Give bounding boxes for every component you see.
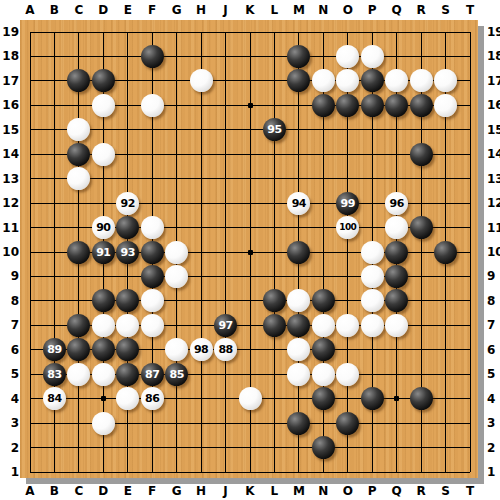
stone-black-O16 [336, 94, 359, 117]
stone-black-R11 [410, 216, 433, 239]
stone-white-R17 [410, 69, 433, 92]
stone-black-O12: 99 [336, 192, 359, 215]
stone-white-D5 [92, 363, 115, 386]
grid-line [30, 447, 470, 448]
stone-white-K4 [239, 387, 262, 410]
stone-white-E7 [116, 314, 139, 337]
stone-white-S16 [434, 94, 457, 117]
stone-white-D14 [92, 143, 115, 166]
row-label-left-13: 13 [0, 172, 19, 186]
row-label-right-4: 4 [487, 392, 500, 406]
col-label-bottom-L: L [263, 484, 285, 498]
stone-black-F9 [141, 265, 164, 288]
stone-black-D10: 91 [92, 241, 115, 264]
stone-black-B5: 83 [43, 363, 66, 386]
stone-black-R16 [410, 94, 433, 117]
row-label-right-3: 3 [487, 416, 500, 430]
col-label-bottom-G: G [166, 484, 188, 498]
stone-black-Q9 [385, 265, 408, 288]
col-label-top-S: S [435, 3, 457, 17]
col-label-top-M: M [288, 3, 310, 17]
col-label-top-T: T [459, 3, 481, 17]
row-label-left-16: 16 [0, 98, 19, 112]
col-label-bottom-E: E [117, 484, 139, 498]
row-label-left-17: 17 [0, 74, 19, 88]
move-number: 96 [390, 198, 404, 209]
stone-white-P9 [361, 265, 384, 288]
row-label-left-14: 14 [0, 147, 19, 161]
stone-white-F4: 86 [141, 387, 164, 410]
stone-black-P17 [361, 69, 384, 92]
move-number: 92 [121, 198, 135, 209]
row-label-left-11: 11 [0, 221, 19, 235]
row-label-left-8: 8 [0, 294, 19, 308]
row-label-right-19: 19 [487, 25, 500, 39]
row-label-left-4: 4 [0, 392, 19, 406]
col-label-top-J: J [215, 3, 237, 17]
stone-black-F5: 87 [141, 363, 164, 386]
col-label-bottom-S: S [435, 484, 457, 498]
col-label-bottom-C: C [68, 484, 90, 498]
grid-line [274, 32, 275, 472]
move-number: 97 [218, 320, 232, 331]
col-label-bottom-H: H [190, 484, 212, 498]
row-label-left-18: 18 [0, 49, 19, 63]
stone-white-D11: 90 [92, 216, 115, 239]
star-point [101, 396, 106, 401]
star-point [248, 103, 253, 108]
row-label-left-2: 2 [0, 441, 19, 455]
stone-white-F16 [141, 94, 164, 117]
col-label-top-D: D [92, 3, 114, 17]
stone-black-Q16 [385, 94, 408, 117]
col-label-bottom-N: N [312, 484, 334, 498]
stone-black-E5 [116, 363, 139, 386]
row-label-right-18: 18 [487, 49, 500, 63]
row-label-right-6: 6 [487, 343, 500, 357]
row-label-right-11: 11 [487, 221, 500, 235]
move-number: 98 [194, 344, 208, 355]
stone-white-F7 [141, 314, 164, 337]
stone-black-L7 [263, 314, 286, 337]
move-number: 85 [170, 369, 184, 380]
stone-white-P8 [361, 289, 384, 312]
col-label-top-N: N [312, 3, 334, 17]
stone-white-O7 [336, 314, 359, 337]
stone-white-M12: 94 [287, 192, 310, 215]
stone-white-E12: 92 [116, 192, 139, 215]
row-label-right-7: 7 [487, 318, 500, 332]
star-point [248, 250, 253, 255]
stone-black-N16 [312, 94, 335, 117]
row-label-left-6: 6 [0, 343, 19, 357]
col-label-bottom-J: J [215, 484, 237, 498]
move-number: 89 [47, 344, 61, 355]
stone-black-D6 [92, 338, 115, 361]
stone-white-F11 [141, 216, 164, 239]
stone-white-G10 [165, 241, 188, 264]
row-label-right-1: 1 [487, 465, 500, 479]
stone-black-N6 [312, 338, 335, 361]
col-label-top-F: F [141, 3, 163, 17]
col-label-bottom-D: D [92, 484, 114, 498]
col-label-bottom-O: O [337, 484, 359, 498]
stone-white-G9 [165, 265, 188, 288]
stone-white-D7 [92, 314, 115, 337]
stone-black-S10 [434, 241, 457, 264]
stone-white-B4: 84 [43, 387, 66, 410]
move-number: 83 [47, 369, 61, 380]
col-label-bottom-R: R [410, 484, 432, 498]
stone-white-Q7 [385, 314, 408, 337]
stone-black-M3 [287, 412, 310, 435]
col-label-bottom-M: M [288, 484, 310, 498]
row-label-right-15: 15 [487, 123, 500, 137]
col-label-top-B: B [43, 3, 65, 17]
stone-black-G5: 85 [165, 363, 188, 386]
col-label-top-Q: Q [386, 3, 408, 17]
move-number: 93 [121, 247, 135, 258]
row-label-left-3: 3 [0, 416, 19, 430]
star-point [394, 396, 399, 401]
grid-line [30, 472, 470, 473]
grid-line [470, 32, 471, 472]
row-label-right-12: 12 [487, 196, 500, 210]
stone-black-M10 [287, 241, 310, 264]
stone-white-M5 [287, 363, 310, 386]
move-number: 95 [267, 124, 281, 135]
stone-white-N7 [312, 314, 335, 337]
stone-white-F8 [141, 289, 164, 312]
move-number: 88 [218, 344, 232, 355]
stone-black-C14 [67, 143, 90, 166]
row-label-left-10: 10 [0, 245, 19, 259]
go-diagram: AABBCCDDEEFFGGHHJJKKLLMMNNOOPPQQRRSSTT19… [0, 0, 500, 500]
col-label-top-E: E [117, 3, 139, 17]
col-label-bottom-F: F [141, 484, 163, 498]
move-number: 99 [341, 198, 355, 209]
move-number: 90 [96, 222, 110, 233]
stone-white-D16 [92, 94, 115, 117]
stone-black-R4 [410, 387, 433, 410]
stone-white-H6: 98 [190, 338, 213, 361]
row-label-left-12: 12 [0, 196, 19, 210]
row-label-left-7: 7 [0, 318, 19, 332]
col-label-top-K: K [239, 3, 261, 17]
stone-black-E10: 93 [116, 241, 139, 264]
col-label-top-G: G [166, 3, 188, 17]
col-label-bottom-T: T [459, 484, 481, 498]
stone-white-C5 [67, 363, 90, 386]
row-label-right-17: 17 [487, 74, 500, 88]
stone-white-N5 [312, 363, 335, 386]
col-label-bottom-B: B [43, 484, 65, 498]
stone-white-P7 [361, 314, 384, 337]
stone-black-O3 [336, 412, 359, 435]
move-number: 86 [145, 393, 159, 404]
stone-black-N4 [312, 387, 335, 410]
stone-white-Q12: 96 [385, 192, 408, 215]
row-label-right-8: 8 [487, 294, 500, 308]
stone-black-F10 [141, 241, 164, 264]
row-label-right-10: 10 [487, 245, 500, 259]
stone-black-F18 [141, 45, 164, 68]
row-label-right-16: 16 [487, 98, 500, 112]
row-label-left-5: 5 [0, 367, 19, 381]
col-label-bottom-P: P [361, 484, 383, 498]
col-label-top-L: L [263, 3, 285, 17]
move-number: 91 [96, 247, 110, 258]
row-label-right-2: 2 [487, 441, 500, 455]
stone-black-N2 [312, 436, 335, 459]
row-label-right-13: 13 [487, 172, 500, 186]
move-number: 84 [47, 393, 61, 404]
stone-white-H17 [190, 69, 213, 92]
col-label-top-C: C [68, 3, 90, 17]
col-label-bottom-Q: Q [386, 484, 408, 498]
col-label-top-R: R [410, 3, 432, 17]
row-label-right-9: 9 [487, 269, 500, 283]
col-label-top-H: H [190, 3, 212, 17]
stone-black-R14 [410, 143, 433, 166]
move-number: 94 [292, 198, 306, 209]
stone-white-P10 [361, 241, 384, 264]
col-label-bottom-K: K [239, 484, 261, 498]
move-number: 87 [145, 369, 159, 380]
move-number: 100 [339, 222, 356, 233]
row-label-left-15: 15 [0, 123, 19, 137]
col-label-top-A: A [19, 3, 41, 17]
stone-black-P4 [361, 387, 384, 410]
row-label-right-5: 5 [487, 367, 500, 381]
row-label-left-19: 19 [0, 25, 19, 39]
row-label-left-9: 9 [0, 269, 19, 283]
row-label-right-14: 14 [487, 147, 500, 161]
stone-white-D3 [92, 412, 115, 435]
col-label-top-O: O [337, 3, 359, 17]
stone-black-C10 [67, 241, 90, 264]
stone-black-J7: 97 [214, 314, 237, 337]
row-label-left-1: 1 [0, 465, 19, 479]
stone-black-P16 [361, 94, 384, 117]
col-label-bottom-A: A [19, 484, 41, 498]
stone-white-O5 [336, 363, 359, 386]
col-label-top-P: P [361, 3, 383, 17]
stone-white-P18 [361, 45, 384, 68]
stone-black-Q10 [385, 241, 408, 264]
